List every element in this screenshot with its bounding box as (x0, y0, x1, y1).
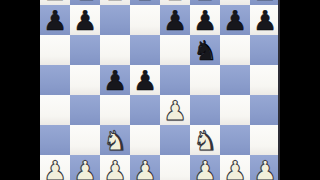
video-frame: ♜♞♝♛♚♝♜♟♟♟♟♟♟♞♟♟♟♞♞♟♟♟♟♟♟♟♜♝♛♚♝♜ (0, 0, 320, 180)
black-pawn-c5[interactable]: ♟ (100, 65, 130, 95)
square-b5[interactable] (70, 65, 100, 95)
square-f7[interactable]: ♟ (190, 5, 220, 35)
square-f6[interactable]: ♞ (190, 35, 220, 65)
square-d5[interactable]: ♟ (130, 65, 160, 95)
square-f4[interactable] (190, 95, 220, 125)
square-h2[interactable]: ♟ (250, 155, 280, 180)
square-g6[interactable] (220, 35, 250, 65)
square-g3[interactable] (220, 125, 250, 155)
square-a3[interactable] (40, 125, 70, 155)
white-pawn-c2[interactable]: ♟ (100, 155, 130, 180)
square-h6[interactable] (250, 35, 280, 65)
white-pawn-a2[interactable]: ♟ (40, 155, 70, 180)
square-a2[interactable]: ♟ (40, 155, 70, 180)
square-h4[interactable] (250, 95, 280, 125)
square-a4[interactable] (40, 95, 70, 125)
square-b2[interactable]: ♟ (70, 155, 100, 180)
square-b3[interactable] (70, 125, 100, 155)
chess-board: ♜♞♝♛♚♝♜♟♟♟♟♟♟♞♟♟♟♞♞♟♟♟♟♟♟♟♜♝♛♚♝♜ (40, 0, 280, 180)
square-d7[interactable] (130, 5, 160, 35)
square-g7[interactable]: ♟ (220, 5, 250, 35)
square-f5[interactable] (190, 65, 220, 95)
square-c6[interactable] (100, 35, 130, 65)
square-h5[interactable] (250, 65, 280, 95)
black-pawn-e7[interactable]: ♟ (160, 5, 190, 35)
white-pawn-f2[interactable]: ♟ (190, 155, 220, 180)
square-g5[interactable] (220, 65, 250, 95)
white-knight-f3[interactable]: ♞ (190, 125, 220, 155)
square-d3[interactable] (130, 125, 160, 155)
square-g2[interactable]: ♟ (220, 155, 250, 180)
square-a7[interactable]: ♟ (40, 5, 70, 35)
white-knight-c3[interactable]: ♞ (100, 125, 130, 155)
square-g4[interactable] (220, 95, 250, 125)
square-e3[interactable] (160, 125, 190, 155)
square-b6[interactable] (70, 35, 100, 65)
square-d6[interactable] (130, 35, 160, 65)
letterbox-right (280, 0, 320, 180)
black-pawn-g7[interactable]: ♟ (220, 5, 250, 35)
square-a6[interactable] (40, 35, 70, 65)
white-pawn-e4[interactable]: ♟ (160, 95, 190, 125)
square-c7[interactable] (100, 5, 130, 35)
square-c4[interactable] (100, 95, 130, 125)
square-e7[interactable]: ♟ (160, 5, 190, 35)
square-e2[interactable] (160, 155, 190, 180)
square-e4[interactable]: ♟ (160, 95, 190, 125)
letterbox-left (0, 0, 40, 180)
square-h7[interactable]: ♟ (250, 5, 280, 35)
square-c2[interactable]: ♟ (100, 155, 130, 180)
black-pawn-h7[interactable]: ♟ (250, 5, 280, 35)
square-e6[interactable] (160, 35, 190, 65)
black-pawn-b7[interactable]: ♟ (70, 5, 100, 35)
square-c3[interactable]: ♞ (100, 125, 130, 155)
square-f2[interactable]: ♟ (190, 155, 220, 180)
white-pawn-b2[interactable]: ♟ (70, 155, 100, 180)
square-d4[interactable] (130, 95, 160, 125)
white-pawn-g2[interactable]: ♟ (220, 155, 250, 180)
white-pawn-d2[interactable]: ♟ (130, 155, 160, 180)
square-a5[interactable] (40, 65, 70, 95)
square-h3[interactable] (250, 125, 280, 155)
square-f3[interactable]: ♞ (190, 125, 220, 155)
black-pawn-a7[interactable]: ♟ (40, 5, 70, 35)
square-e5[interactable] (160, 65, 190, 95)
square-d2[interactable]: ♟ (130, 155, 160, 180)
square-b4[interactable] (70, 95, 100, 125)
white-pawn-h2[interactable]: ♟ (250, 155, 280, 180)
black-pawn-f7[interactable]: ♟ (190, 5, 220, 35)
square-c5[interactable]: ♟ (100, 65, 130, 95)
black-pawn-d5[interactable]: ♟ (130, 65, 160, 95)
square-b7[interactable]: ♟ (70, 5, 100, 35)
black-knight-f6[interactable]: ♞ (190, 35, 220, 65)
